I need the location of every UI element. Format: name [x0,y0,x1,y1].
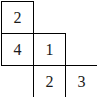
grid-cell-r2c0 [2,66,34,98]
grid-cell-r1c2 [66,34,98,66]
grid-cell-r0c0: 2 [2,2,34,34]
grid-cell-r1c0: 4 [2,34,34,66]
puzzle-grid: 2 4 1 2 3 [1,1,97,97]
grid-cell-r0c2 [66,2,98,34]
puzzle-board: 2 4 1 2 3 [0,0,97,97]
grid-row-0: 2 [2,2,98,34]
grid-cell-r2c2: 3 [66,66,98,98]
grid-cell-r0c1 [34,2,66,34]
grid-row-1: 4 1 [2,34,98,66]
grid-cell-r1c1: 1 [34,34,66,66]
grid-row-2: 2 3 [2,66,98,98]
grid-cell-r2c1: 2 [34,66,66,98]
